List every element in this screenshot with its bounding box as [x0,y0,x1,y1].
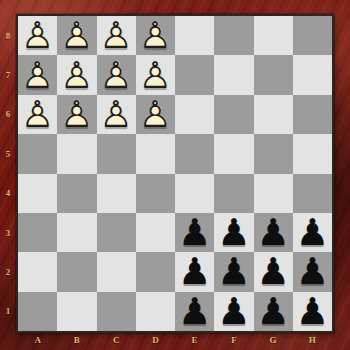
file-label-c: C [97,333,136,347]
square-c3[interactable] [97,213,136,252]
file-label-f: F [214,333,253,347]
square-d1[interactable] [136,292,175,331]
square-g6[interactable] [254,95,293,134]
white-pawn-outline: ♙ [18,55,57,94]
square-c2[interactable] [97,252,136,291]
square-f2[interactable]: ♟ [214,252,253,291]
square-g1[interactable]: ♟ [254,292,293,331]
square-e2[interactable]: ♟ [175,252,214,291]
white-pawn-outline: ♙ [57,95,96,134]
white-pawn-outline: ♙ [97,16,136,55]
square-b3[interactable] [57,213,96,252]
rank-label-5: 5 [0,134,16,173]
square-h3[interactable]: ♟ [293,213,332,252]
square-d8[interactable]: ♟♙ [136,16,175,55]
square-c4[interactable] [97,174,136,213]
file-label-e: E [175,333,214,347]
white-pawn: ♟ [18,55,57,94]
square-b7[interactable]: ♟♙ [57,55,96,94]
square-a6[interactable]: ♟♙ [18,95,57,134]
white-pawn: ♟ [136,95,175,134]
file-label-h: H [293,333,332,347]
black-pawn: ♟ [214,292,253,331]
rank-label-6: 6 [0,95,16,134]
white-pawn-outline: ♙ [136,16,175,55]
square-c6[interactable]: ♟♙ [97,95,136,134]
square-f4[interactable] [214,174,253,213]
white-pawn: ♟ [18,16,57,55]
white-pawn-outline: ♙ [136,55,175,94]
white-pawn-outline: ♙ [18,95,57,134]
square-f8[interactable] [214,16,253,55]
square-a7[interactable]: ♟♙ [18,55,57,94]
square-a1[interactable] [18,292,57,331]
square-f3[interactable]: ♟ [214,213,253,252]
square-d5[interactable] [136,134,175,173]
black-pawn: ♟ [293,213,332,252]
square-b1[interactable] [57,292,96,331]
rank-label-8: 8 [0,16,16,55]
black-pawn: ♟ [254,292,293,331]
file-label-g: G [254,333,293,347]
white-pawn: ♟ [97,95,136,134]
white-pawn: ♟ [57,55,96,94]
white-pawn-outline: ♙ [97,55,136,94]
square-h6[interactable] [293,95,332,134]
file-label-d: D [136,333,175,347]
square-e6[interactable] [175,95,214,134]
square-b6[interactable]: ♟♙ [57,95,96,134]
square-h1[interactable]: ♟ [293,292,332,331]
square-f1[interactable]: ♟ [214,292,253,331]
square-b4[interactable] [57,174,96,213]
black-pawn: ♟ [175,292,214,331]
square-h8[interactable] [293,16,332,55]
white-pawn-outline: ♙ [97,95,136,134]
square-b2[interactable] [57,252,96,291]
black-pawn: ♟ [254,252,293,291]
square-h4[interactable] [293,174,332,213]
square-d7[interactable]: ♟♙ [136,55,175,94]
chessboard-scene: ♟♙♟♙♟♙♟♙♟♙♟♙♟♙♟♙♟♙♟♙♟♙♟♙♟♟♟♟♟♟♟♟♟♟♟♟ 876… [0,0,350,350]
black-pawn: ♟ [214,252,253,291]
black-pawn: ♟ [293,292,332,331]
rank-labels: 87654321 [0,16,16,331]
rank-label-1: 1 [0,292,16,331]
black-pawn: ♟ [293,252,332,291]
chess-board[interactable]: ♟♙♟♙♟♙♟♙♟♙♟♙♟♙♟♙♟♙♟♙♟♙♟♙♟♟♟♟♟♟♟♟♟♟♟♟ [16,14,334,333]
square-e3[interactable]: ♟ [175,213,214,252]
white-pawn: ♟ [57,16,96,55]
square-d4[interactable] [136,174,175,213]
file-labels: ABCDEFGH [18,333,332,347]
white-pawn: ♟ [18,95,57,134]
white-pawn: ♟ [97,16,136,55]
square-a8[interactable]: ♟♙ [18,16,57,55]
white-pawn: ♟ [57,95,96,134]
square-e1[interactable]: ♟ [175,292,214,331]
square-h2[interactable]: ♟ [293,252,332,291]
white-pawn-outline: ♙ [57,16,96,55]
black-pawn: ♟ [214,213,253,252]
black-pawn: ♟ [254,213,293,252]
square-d3[interactable] [136,213,175,252]
square-b5[interactable] [57,134,96,173]
square-f6[interactable] [214,95,253,134]
white-pawn: ♟ [136,55,175,94]
white-pawn: ♟ [97,55,136,94]
square-f7[interactable] [214,55,253,94]
square-g2[interactable]: ♟ [254,252,293,291]
square-c5[interactable] [97,134,136,173]
square-h7[interactable] [293,55,332,94]
square-a4[interactable] [18,174,57,213]
square-g4[interactable] [254,174,293,213]
file-label-b: B [57,333,96,347]
square-e7[interactable] [175,55,214,94]
rank-label-7: 7 [0,55,16,94]
square-b8[interactable]: ♟♙ [57,16,96,55]
white-pawn: ♟ [136,16,175,55]
square-h5[interactable] [293,134,332,173]
square-f5[interactable] [214,134,253,173]
square-e8[interactable] [175,16,214,55]
square-e4[interactable] [175,174,214,213]
rank-label-2: 2 [0,252,16,291]
square-g8[interactable] [254,16,293,55]
square-g7[interactable] [254,55,293,94]
square-a2[interactable] [18,252,57,291]
white-pawn-outline: ♙ [136,95,175,134]
square-g3[interactable]: ♟ [254,213,293,252]
square-g5[interactable] [254,134,293,173]
square-a3[interactable] [18,213,57,252]
square-e5[interactable] [175,134,214,173]
square-d2[interactable] [136,252,175,291]
black-pawn: ♟ [175,252,214,291]
white-pawn-outline: ♙ [18,16,57,55]
white-pawn-outline: ♙ [57,55,96,94]
square-d6[interactable]: ♟♙ [136,95,175,134]
square-c1[interactable] [97,292,136,331]
rank-label-4: 4 [0,174,16,213]
rank-label-3: 3 [0,213,16,252]
file-label-a: A [18,333,57,347]
black-pawn: ♟ [175,213,214,252]
square-c7[interactable]: ♟♙ [97,55,136,94]
square-a5[interactable] [18,134,57,173]
square-c8[interactable]: ♟♙ [97,16,136,55]
